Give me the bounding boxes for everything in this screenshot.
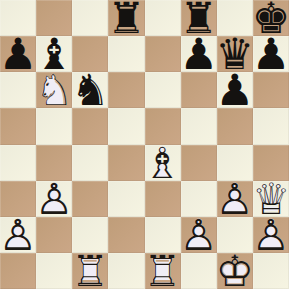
- white-pawn[interactable]: ♟♙: [181, 217, 217, 253]
- piece-glyph: ♟: [252, 33, 291, 76]
- white-knight[interactable]: ♞♘: [36, 72, 72, 108]
- square-e4[interactable]: ♝♗: [145, 145, 181, 181]
- piece-outline: ♙: [216, 177, 255, 220]
- piece-glyph: ♜: [107, 0, 146, 40]
- square-b3[interactable]: ♟♙: [36, 181, 72, 217]
- white-rook[interactable]: ♜♖: [72, 253, 108, 289]
- square-g3[interactable]: ♟♙: [217, 181, 253, 217]
- black-pawn[interactable]: ♟: [253, 36, 289, 72]
- square-a5[interactable]: [0, 108, 36, 144]
- square-c6[interactable]: ♞: [72, 72, 108, 108]
- square-c1[interactable]: ♜♖: [72, 253, 108, 289]
- square-b1[interactable]: [36, 253, 72, 289]
- piece-outline: ♙: [252, 213, 291, 256]
- square-h5[interactable]: [253, 108, 289, 144]
- square-e7[interactable]: [145, 36, 181, 72]
- piece-outline: ♖: [71, 249, 110, 289]
- square-e6[interactable]: [145, 72, 181, 108]
- piece-outline: ♙: [179, 213, 218, 256]
- black-rook[interactable]: ♜: [108, 0, 144, 36]
- square-e8[interactable]: [145, 0, 181, 36]
- square-f4[interactable]: [181, 145, 217, 181]
- square-g6[interactable]: ♟: [217, 72, 253, 108]
- square-c3[interactable]: [72, 181, 108, 217]
- white-rook[interactable]: ♜♖: [145, 253, 181, 289]
- piece-glyph: ♟: [216, 69, 255, 112]
- square-g1[interactable]: ♚♔: [217, 253, 253, 289]
- square-d8[interactable]: ♜: [108, 0, 144, 36]
- black-pawn[interactable]: ♟: [181, 36, 217, 72]
- white-pawn[interactable]: ♟♙: [217, 181, 253, 217]
- piece-outline: ♘: [35, 69, 74, 112]
- square-a4[interactable]: [0, 145, 36, 181]
- white-bishop[interactable]: ♝♗: [145, 145, 181, 181]
- square-f5[interactable]: [181, 108, 217, 144]
- square-f7[interactable]: ♟: [181, 36, 217, 72]
- white-pawn[interactable]: ♟♙: [253, 217, 289, 253]
- square-h7[interactable]: ♟: [253, 36, 289, 72]
- black-pawn[interactable]: ♟: [0, 36, 36, 72]
- square-b6[interactable]: ♞♘: [36, 72, 72, 108]
- square-c4[interactable]: [72, 145, 108, 181]
- piece-outline: ♙: [35, 177, 74, 220]
- square-d6[interactable]: [108, 72, 144, 108]
- square-h2[interactable]: ♟♙: [253, 217, 289, 253]
- square-d2[interactable]: [108, 217, 144, 253]
- piece-outline: ♖: [143, 249, 182, 289]
- chess-board: ♜♜♚♟♝♟♛♟♞♘♞♟♝♗♟♙♟♙♛♕♟♙♟♙♟♙♜♖♜♖♚♔: [0, 0, 289, 289]
- square-e1[interactable]: ♜♖: [145, 253, 181, 289]
- white-pawn[interactable]: ♟♙: [0, 217, 36, 253]
- square-d1[interactable]: [108, 253, 144, 289]
- piece-outline: ♗: [143, 141, 182, 184]
- piece-glyph: ♞: [71, 69, 110, 112]
- square-d3[interactable]: [108, 181, 144, 217]
- square-a2[interactable]: ♟♙: [0, 217, 36, 253]
- black-knight[interactable]: ♞: [72, 72, 108, 108]
- white-king[interactable]: ♚♔: [217, 253, 253, 289]
- square-d5[interactable]: [108, 108, 144, 144]
- piece-outline: ♙: [0, 213, 37, 256]
- black-pawn[interactable]: ♟: [217, 72, 253, 108]
- piece-outline: ♔: [216, 249, 255, 289]
- square-c8[interactable]: [72, 0, 108, 36]
- square-d4[interactable]: [108, 145, 144, 181]
- piece-glyph: ♟: [0, 33, 37, 76]
- piece-glyph: ♟: [179, 33, 218, 76]
- white-pawn[interactable]: ♟♙: [36, 181, 72, 217]
- square-f2[interactable]: ♟♙: [181, 217, 217, 253]
- square-a7[interactable]: ♟: [0, 36, 36, 72]
